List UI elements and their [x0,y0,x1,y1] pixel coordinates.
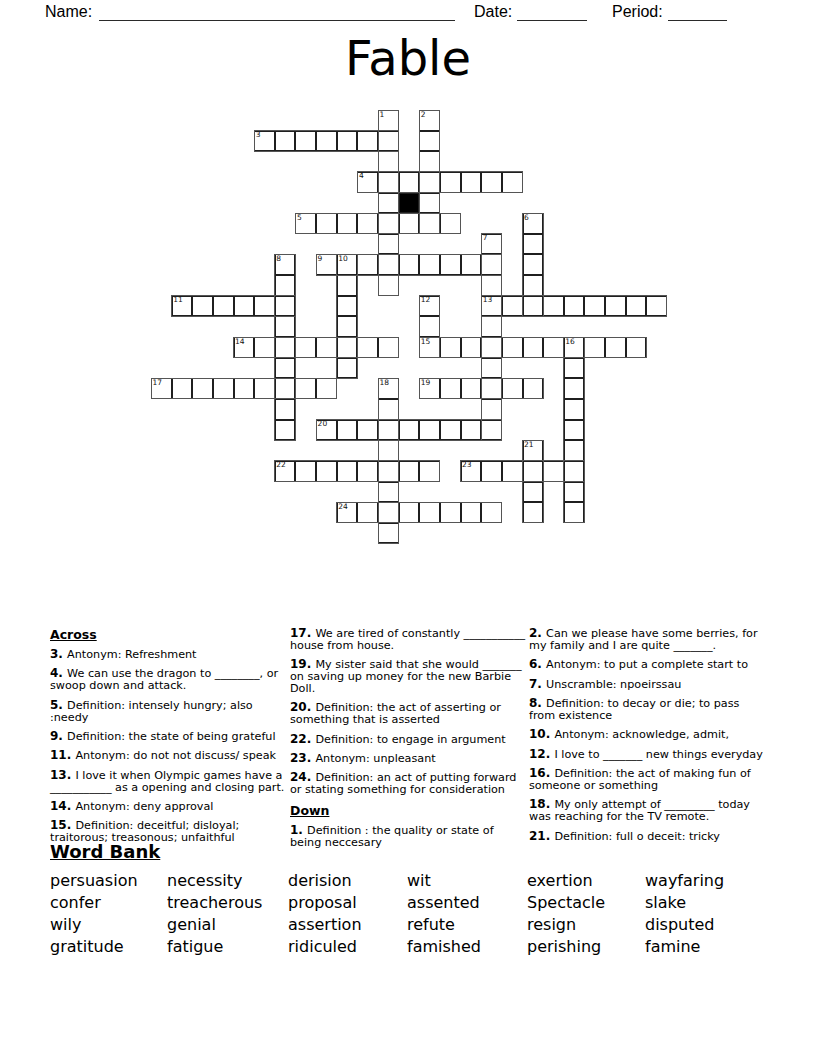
grid-cell[interactable] [213,296,234,317]
clue-3: 3. Antonym: Refreshment [50,648,287,661]
grid-cell[interactable] [275,131,296,152]
cell-number-12: 12 [419,296,430,305]
clue-14: 14. Antonym: deny approval [50,800,287,813]
grid-cell[interactable] [399,502,420,523]
grid-cell[interactable] [481,172,502,193]
word-bank-word: resign [527,915,645,934]
cell-number-22: 22 [275,461,286,470]
clue-text: We can use the dragon to ________, or sw… [50,667,278,692]
word-bank-word: wit [407,871,527,890]
grid-cell[interactable] [378,461,399,482]
cell-number-11: 11 [172,296,183,305]
grid-cell[interactable] [502,378,523,399]
clue-column-2: 17. We are tired of constantly _________… [290,627,527,855]
name-blank-line [99,3,455,21]
grid-cell[interactable] [378,172,399,193]
black-cell [399,193,420,214]
grid-cell[interactable] [357,337,378,358]
grid-cell[interactable] [337,296,358,317]
word-bank-word: proposal [288,893,407,912]
clue-text: Definition: the state of being grateful [67,730,275,743]
clue-22: 22. Definition: to engage in argument [290,733,527,746]
word-bank-word: Spectacle [527,893,645,912]
word-bank: Word Bank persuasionnecessityderisionwit… [50,841,780,956]
clue-text: Definition: intensely hungry; also :need… [50,699,253,724]
grid-cell[interactable] [481,399,502,420]
cell-number-3: 3 [254,131,260,140]
clue-19: 19. My sister said that she would ______… [290,658,527,695]
grid-cell[interactable] [337,461,358,482]
clue-6: 6. Antonym: to put a complete start to [529,658,766,671]
cell-number-6: 6 [523,213,529,222]
clue-text: Definition: the act of making fun of som… [529,767,751,792]
grid-cell[interactable] [192,296,213,317]
grid-cell[interactable] [419,151,440,172]
clue-10: 10. Antonym: acknowledge, admit, [529,728,766,741]
grid-cell[interactable] [543,337,564,358]
grid-cell[interactable] [502,172,523,193]
grid-cell[interactable] [399,461,420,482]
word-bank-word: genial [167,915,288,934]
grid-cell[interactable] [357,254,378,275]
crossword-worksheet-page: { "header": { "name_label": "Name:", "da… [0,0,816,1056]
clue-number-label: 12. [529,747,554,761]
clue-text: Definition: to engage in argument [315,733,505,746]
grid-cell[interactable] [275,296,296,317]
grid-cell[interactable] [502,337,523,358]
grid-cell[interactable] [543,461,564,482]
word-bank-word: assented [407,893,527,912]
grid-cell[interactable] [564,296,585,317]
cell-number-23: 23 [461,461,472,470]
grid-cell[interactable] [316,213,337,234]
grid-cell[interactable] [564,502,585,523]
grid-cell[interactable] [378,482,399,503]
cell-number-16: 16 [564,337,575,346]
grid-cell[interactable] [419,316,440,337]
grid-cell[interactable] [275,378,296,399]
word-bank-word: confer [50,893,167,912]
word-bank-word: persuasion [50,871,167,890]
grid-cell[interactable] [419,420,440,441]
cell-number-2: 2 [419,110,425,119]
word-bank-word: assertion [288,915,407,934]
clue-text: Antonym: Refreshment [67,648,196,661]
cell-number-14: 14 [234,337,245,346]
grid-cell[interactable] [378,254,399,275]
grid-cell[interactable] [337,420,358,441]
word-bank-grid: persuasionnecessityderisionwitexertionwa… [50,871,780,956]
grid-cell[interactable] [295,337,316,358]
grid-cell[interactable] [481,337,502,358]
grid-cell[interactable] [378,151,399,172]
grid-cell[interactable] [275,275,296,296]
grid-cell[interactable] [378,523,399,544]
grid-cell[interactable] [584,337,605,358]
word-bank-word: derision [288,871,407,890]
grid-cell[interactable] [564,482,585,503]
grid-cell[interactable] [357,131,378,152]
cell-number-10: 10 [337,254,348,263]
grid-cell[interactable] [275,399,296,420]
clue-text: Unscramble: npoeirssau [546,678,681,691]
cell-number-8: 8 [275,254,281,263]
grid-cell[interactable] [461,337,482,358]
grid-cell[interactable] [275,337,296,358]
grid-cell[interactable] [213,378,234,399]
word-bank-word: wayfaring [645,871,766,890]
clue-9: 9. Definition: the state of being gratef… [50,730,287,743]
clue-18: 18. My only attempt of _________ today w… [529,798,766,823]
word-bank-word: fatigue [167,937,288,956]
grid-cell[interactable] [440,378,461,399]
word-bank-word: slake [645,893,766,912]
grid-cell[interactable] [254,296,275,317]
grid-cell[interactable] [316,337,337,358]
grid-cell[interactable] [275,420,296,441]
grid-cell[interactable] [378,337,399,358]
grid-cell[interactable] [378,440,399,461]
grid-cell[interactable] [192,378,213,399]
clue-2: 2. Can we please have some berries, for … [529,627,766,652]
cell-number-1: 1 [378,110,384,119]
grid-cell[interactable] [378,275,399,296]
grid-cell[interactable] [584,296,605,317]
word-bank-word: refute [407,915,527,934]
grid-cell[interactable] [378,399,399,420]
page-title: Fable [0,30,816,86]
clue-24: 24. Definition: an act of putting forwar… [290,771,527,796]
word-bank-word: gratitude [50,937,167,956]
clue-text: Definition: an act of putting forward or… [290,771,516,796]
clue-text: Definition: to decay or die; to pass fro… [529,697,739,722]
grid-cell[interactable] [564,378,585,399]
grid-cell[interactable] [440,213,461,234]
clue-text: Antonym: unpleasant [315,752,435,765]
grid-cell[interactable] [461,254,482,275]
clue-20: 20. Definition: the act of asserting or … [290,701,527,726]
clue-number-label: 22. [290,732,315,746]
clue-23: 23. Antonym: unpleasant [290,752,527,765]
clue-text: Antonym: to put a complete start to [546,658,748,671]
clue-number-label: 9. [50,729,67,743]
clue-4: 4. We can use the dragon to ________, or… [50,667,287,692]
grid-cell[interactable] [502,296,523,317]
clue-16: 16. Definition: the act of making fun of… [529,767,766,792]
grid-cell[interactable] [523,482,544,503]
grid-cell[interactable] [337,358,358,379]
grid-cell[interactable] [605,337,626,358]
grid-cell[interactable] [295,461,316,482]
clue-5: 5. Definition: intensely hungry; also :n… [50,699,287,724]
name-label: Name: [45,3,92,21]
grid-cell[interactable] [378,213,399,234]
grid-cell[interactable] [399,213,420,234]
grid-cell[interactable] [419,502,440,523]
word-bank-word: disputed [645,915,766,934]
grid-cell[interactable] [564,440,585,461]
clue-text: Antonym: do not not discuss/ speak [75,749,276,762]
clue-12: 12. I love to _______ new things everyda… [529,748,766,761]
word-bank-word: famine [645,937,766,956]
grid-cell[interactable] [254,378,275,399]
cell-number-21: 21 [523,440,534,449]
cell-number-7: 7 [481,234,487,243]
cell-number-5: 5 [295,213,301,222]
grid-cell[interactable] [564,420,585,441]
cell-number-9: 9 [316,254,322,263]
grid-cell[interactable] [337,131,358,152]
clue-text: Can we please have some berries, for my … [529,627,758,652]
grid-cell[interactable] [523,234,544,255]
grid-cell[interactable] [523,254,544,275]
grid-cell[interactable] [481,461,502,482]
cell-number-20: 20 [316,420,327,429]
grid-cell[interactable] [481,316,502,337]
grid-cell[interactable] [378,193,399,214]
clue-text: I love to _______ new things everyday [554,748,762,761]
grid-cell[interactable] [502,461,523,482]
grid-cell[interactable] [357,502,378,523]
clue-number-label: 23. [290,751,315,765]
grid-cell[interactable] [378,131,399,152]
grid-cell[interactable] [419,213,440,234]
grid-cell[interactable] [440,254,461,275]
word-bank-word: ridiculed [288,937,407,956]
grid-cell[interactable] [234,378,255,399]
crossword-grid: 123456789101112131415161718192021222324 [151,110,667,544]
grid-cell[interactable] [399,254,420,275]
grid-cell[interactable] [378,234,399,255]
grid-cell[interactable] [357,213,378,234]
clue-text: We are tired of constantly ___________ h… [290,627,525,652]
date-blank-line [517,3,587,21]
grid-cell[interactable] [275,316,296,337]
clue-text: Definition: the act of asserting or some… [290,701,501,726]
grid-cell[interactable] [646,296,667,317]
grid-cell[interactable] [378,502,399,523]
grid-cell[interactable] [337,275,358,296]
clue-7: 7. Unscramble: npoeirssau [529,678,766,691]
grid-cell[interactable] [523,461,544,482]
grid-cell[interactable] [481,378,502,399]
grid-cell[interactable] [440,172,461,193]
grid-cell[interactable] [523,378,544,399]
period-label: Period: [612,3,663,21]
word-bank-word: wily [50,915,167,934]
grid-cell[interactable] [481,275,502,296]
period-blank-line [668,3,727,21]
word-bank-word: exertion [527,871,645,890]
clue-17: 17. We are tired of constantly _________… [290,627,527,652]
grid-cell[interactable] [419,254,440,275]
grid-cell[interactable] [564,358,585,379]
grid-cell[interactable] [316,461,337,482]
date-label: Date: [474,3,512,21]
clue-text: My sister said that she would _______ on… [290,658,522,695]
clue-number-label: 6. [529,657,546,671]
word-bank-word: famished [407,937,527,956]
grid-cell[interactable] [523,502,544,523]
clue-number-label: 10. [529,727,554,741]
grid-cell[interactable] [523,296,544,317]
grid-cell[interactable] [461,502,482,523]
across-section-header: Across [50,627,287,642]
down-section-header: Down [290,803,527,818]
clue-11: 11. Antonym: do not not discuss/ speak [50,749,287,762]
cell-number-13: 13 [481,296,492,305]
grid-cell[interactable] [481,254,502,275]
grid-cell[interactable] [295,378,316,399]
word-bank-word: perishing [527,937,645,956]
clue-text: Antonym: deny approval [75,800,213,813]
clue-text: I love it when Olympic games have a ____… [50,769,284,794]
grid-cell[interactable] [419,461,440,482]
grid-cell[interactable] [234,296,255,317]
clue-8: 8. Definition: to decay or die; to pass … [529,697,766,722]
grid-cell[interactable] [419,172,440,193]
grid-cell[interactable] [605,296,626,317]
grid-cell[interactable] [316,378,337,399]
cell-number-24: 24 [337,502,348,511]
grid-cell[interactable] [523,275,544,296]
grid-cell[interactable] [295,131,316,152]
grid-cell[interactable] [481,358,502,379]
clue-number-label: 7. [529,677,546,691]
cell-number-19: 19 [419,378,430,387]
grid-cell[interactable] [172,378,193,399]
grid-cell[interactable] [275,358,296,379]
grid-cell[interactable] [481,420,502,441]
grid-cell[interactable] [254,337,275,358]
grid-cell[interactable] [543,296,564,317]
clue-13: 13. I love it when Olympic games have a … [50,769,287,794]
grid-cell[interactable] [440,420,461,441]
grid-cell[interactable] [357,461,378,482]
clue-text: Antonym: acknowledge, admit, [554,728,729,741]
grid-cell[interactable] [378,420,399,441]
cell-number-18: 18 [378,378,389,387]
cell-number-4: 4 [357,172,363,181]
grid-cell[interactable] [399,420,420,441]
clue-number-label: 11. [50,748,75,762]
grid-cell[interactable] [419,193,440,214]
grid-cell[interactable] [440,502,461,523]
grid-cell[interactable] [461,378,482,399]
grid-cell[interactable] [419,131,440,152]
grid-cell[interactable] [461,172,482,193]
grid-cell[interactable] [481,502,502,523]
grid-cell[interactable] [357,420,378,441]
cell-number-17: 17 [151,378,162,387]
grid-cell[interactable] [461,420,482,441]
clue-number-label: 3. [50,647,67,661]
grid-cell[interactable] [316,131,337,152]
grid-cell[interactable] [337,316,358,337]
grid-cell[interactable] [626,296,647,317]
grid-cell[interactable] [337,213,358,234]
clue-column-1: Across3. Antonym: Refreshment4. We can u… [50,627,287,851]
clue-text: My only attempt of _________ today was r… [529,798,750,823]
grid-cell[interactable] [564,461,585,482]
clue-number-label: 14. [50,799,75,813]
grid-cell[interactable] [440,337,461,358]
word-bank-word: treacherous [167,893,288,912]
grid-cell[interactable] [337,337,358,358]
grid-cell[interactable] [564,399,585,420]
cell-number-15: 15 [419,337,430,346]
word-bank-title: Word Bank [50,841,780,862]
clue-column-3: 2. Can we please have some berries, for … [529,627,766,849]
grid-cell[interactable] [399,172,420,193]
word-bank-word: necessity [167,871,288,890]
grid-cell[interactable] [626,337,647,358]
grid-cell[interactable] [523,337,544,358]
